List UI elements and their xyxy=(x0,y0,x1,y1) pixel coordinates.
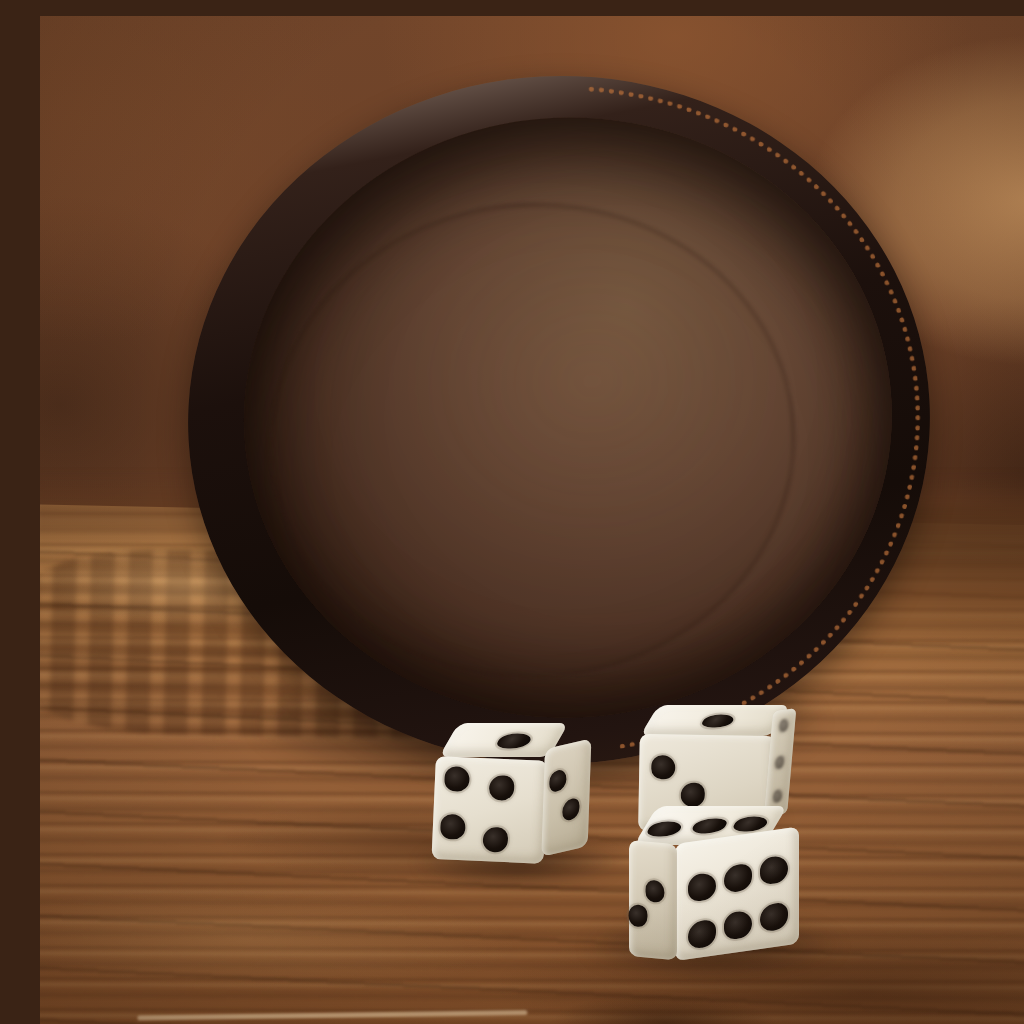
die-pip xyxy=(482,827,508,853)
die-pip xyxy=(689,818,730,833)
die-pip xyxy=(730,816,771,831)
die-pip xyxy=(644,821,685,836)
die-pip xyxy=(760,854,788,885)
die-pip xyxy=(444,766,470,792)
die-pip xyxy=(772,789,782,803)
die-pip xyxy=(699,714,737,727)
left-die-right-face xyxy=(541,738,591,857)
die-pip xyxy=(652,755,676,779)
front-die-left-face xyxy=(629,840,677,960)
dice-cup xyxy=(171,57,948,783)
die-pip xyxy=(562,797,580,822)
die-pip xyxy=(688,918,716,949)
die-pip xyxy=(688,871,716,902)
front-die-front-face xyxy=(675,827,799,961)
die-pip xyxy=(681,783,705,807)
back-die-top-face xyxy=(640,705,791,736)
die-pip xyxy=(489,775,515,801)
die-pip xyxy=(724,910,752,941)
die-pip xyxy=(774,755,784,769)
die-pip xyxy=(549,768,567,793)
die-pip xyxy=(494,733,535,748)
die-pip xyxy=(724,863,752,894)
left-die-front-face xyxy=(432,756,548,864)
die-pip xyxy=(440,814,466,840)
cup-base-circle xyxy=(259,190,807,691)
die-pip xyxy=(778,718,788,732)
dice-cup-photo: Photograph of a dark brown leather dice … xyxy=(40,16,1024,1024)
die-pip xyxy=(760,901,788,932)
die-pip xyxy=(629,904,648,928)
die-pip xyxy=(645,879,664,903)
